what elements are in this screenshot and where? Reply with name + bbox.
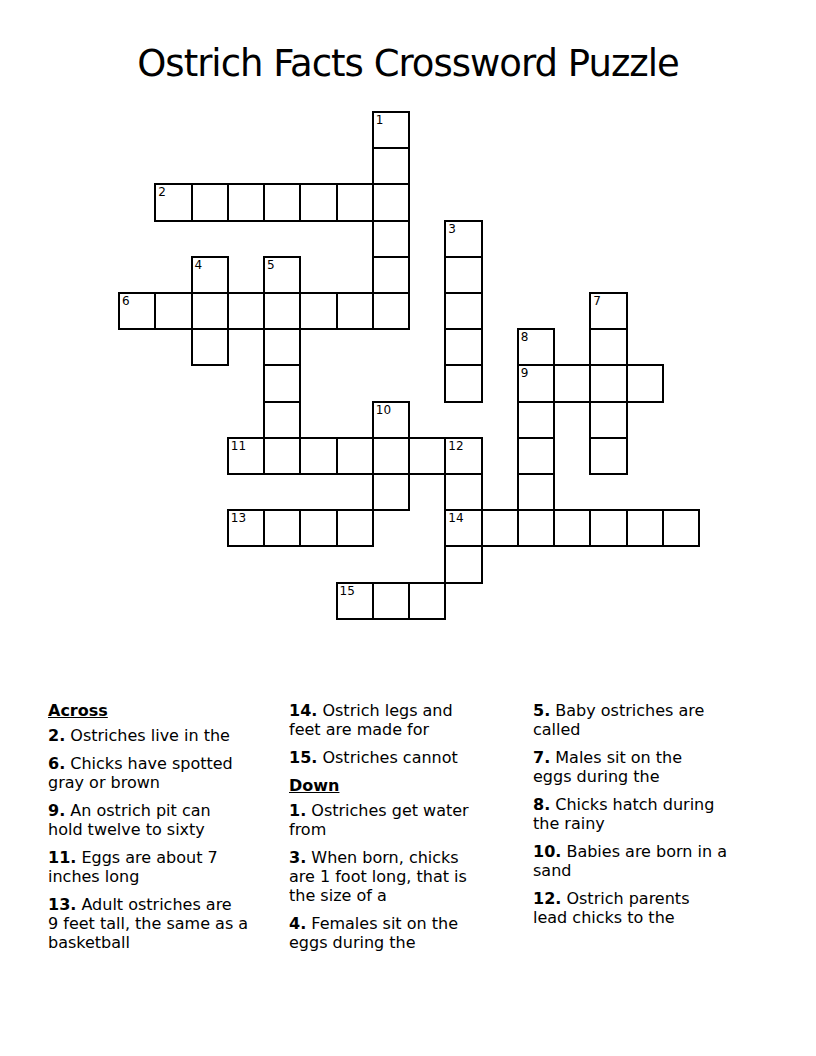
board-cell[interactable] (444, 328, 482, 366)
clue-text: Chicks have spotted gray or brown (48, 754, 233, 792)
clue-number: 15. (289, 748, 317, 767)
board-cell[interactable] (589, 328, 627, 366)
clue-number: 9. (48, 801, 65, 820)
board-cell[interactable]: 14 (444, 509, 482, 547)
clue-column-3: 5. Baby ostriches are called7. Males sit… (533, 701, 765, 936)
clue: 12. Ostrich parents lead chicks to the (533, 889, 765, 927)
board-cell[interactable] (372, 582, 410, 620)
cell-number: 2 (158, 185, 166, 199)
cell-number: 9 (521, 366, 529, 380)
board-cell[interactable] (263, 401, 301, 439)
board-cell[interactable] (662, 509, 700, 547)
board-cell[interactable]: 1 (372, 111, 410, 149)
page-title: Ostrich Facts Crossword Puzzle (0, 42, 816, 85)
board-cell[interactable] (444, 473, 482, 511)
clue-heading: Across (48, 701, 288, 720)
clue-number: 7. (533, 748, 550, 767)
clue-text: Baby ostriches are called (533, 701, 704, 739)
cell-number: 10 (376, 403, 391, 417)
board-cell[interactable]: 12 (444, 437, 482, 475)
clue: 6. Chicks have spotted gray or brown (48, 754, 288, 792)
cell-number: 1 (376, 113, 384, 127)
board-cell[interactable]: 11 (227, 437, 265, 475)
board-cell[interactable] (372, 473, 410, 511)
clue-text: Males sit on the eggs during the (533, 748, 682, 786)
board-cell[interactable] (372, 292, 410, 330)
board-cell[interactable] (299, 437, 337, 475)
clue: 7. Males sit on the eggs during the (533, 748, 765, 786)
board-cell[interactable] (517, 473, 555, 511)
clue: 8. Chicks hatch during the rainy (533, 795, 765, 833)
clue-text: Ostriches cannot (317, 748, 457, 767)
clue-number: 4. (289, 914, 306, 933)
cell-number: 14 (448, 511, 463, 525)
board-cell[interactable] (191, 292, 229, 330)
crossword-board: 123456789101112131415 (118, 111, 700, 620)
board-cell[interactable]: 9 (517, 364, 555, 402)
clue-text: Babies are born in a sand (533, 842, 727, 880)
board-cell[interactable] (444, 256, 482, 294)
cell-number: 4 (195, 258, 203, 272)
board-cell[interactable] (481, 509, 519, 547)
board-cell[interactable] (227, 183, 265, 221)
board-cell[interactable] (408, 437, 446, 475)
board-cell[interactable] (263, 364, 301, 402)
cell-number: 8 (521, 330, 529, 344)
board-cell[interactable] (372, 437, 410, 475)
clue-number: 12. (533, 889, 561, 908)
board-cell[interactable] (299, 292, 337, 330)
clue: 15. Ostriches cannot (289, 748, 529, 767)
board-cell[interactable] (517, 509, 555, 547)
board-cell[interactable]: 3 (444, 220, 482, 258)
board-cell[interactable] (263, 437, 301, 475)
cell-number: 5 (267, 258, 275, 272)
board-cell[interactable] (336, 437, 374, 475)
board-cell[interactable] (626, 364, 664, 402)
board-cell[interactable] (336, 292, 374, 330)
clue-number: 14. (289, 701, 317, 720)
board-cell[interactable] (336, 183, 374, 221)
board-cell[interactable] (444, 292, 482, 330)
clue-heading: Down (289, 776, 529, 795)
clue-text: Adult ostriches are 9 feet tall, the sam… (48, 895, 248, 952)
board-cell[interactable] (589, 509, 627, 547)
board-cell[interactable] (299, 183, 337, 221)
cell-number: 12 (448, 439, 463, 453)
clue: 4. Females sit on the eggs during the (289, 914, 529, 952)
cell-number: 6 (122, 294, 130, 308)
clue-number: 8. (533, 795, 550, 814)
board-cell[interactable] (444, 364, 482, 402)
clue-text: Ostriches get water from (289, 801, 469, 839)
board-cell[interactable]: 13 (227, 509, 265, 547)
board-cell[interactable] (263, 509, 301, 547)
board-cell[interactable]: 10 (372, 401, 410, 439)
clue: 11. Eggs are about 7 inches long (48, 848, 288, 886)
clue: 2. Ostriches live in the (48, 726, 288, 745)
board-cell[interactable] (263, 292, 301, 330)
board-cell[interactable]: 8 (517, 328, 555, 366)
clue-number: 11. (48, 848, 76, 867)
clue-text: Females sit on the eggs during the (289, 914, 458, 952)
clue-number: 1. (289, 801, 306, 820)
clue-number: 13. (48, 895, 76, 914)
board-cell[interactable] (589, 364, 627, 402)
clue: 14. Ostrich legs and feet are made for (289, 701, 529, 739)
board-cell[interactable] (154, 292, 192, 330)
board-cell[interactable] (408, 582, 446, 620)
board-cell[interactable] (227, 292, 265, 330)
board-cell[interactable]: 6 (118, 292, 156, 330)
board-cell[interactable] (553, 364, 591, 402)
board-cell[interactable] (263, 328, 301, 366)
board-cell[interactable] (336, 509, 374, 547)
clue-number: 10. (533, 842, 561, 861)
board-cell[interactable]: 4 (191, 256, 229, 294)
clue-number: 2. (48, 726, 65, 745)
board-cell[interactable] (589, 401, 627, 439)
cell-number: 15 (340, 584, 355, 598)
board-cell[interactable] (263, 183, 301, 221)
clue-text: Ostriches live in the (65, 726, 230, 745)
board-cell[interactable]: 5 (263, 256, 301, 294)
clue-column-1: Across2. Ostriches live in the6. Chicks … (48, 701, 288, 961)
clue-text: Chicks hatch during the rainy (533, 795, 714, 833)
board-cell[interactable] (372, 256, 410, 294)
clue-number: 6. (48, 754, 65, 773)
clue: 1. Ostriches get water from (289, 801, 529, 839)
board-cell[interactable] (299, 509, 337, 547)
board-cell[interactable] (626, 509, 664, 547)
cell-number: 13 (231, 511, 246, 525)
clue-text: An ostrich pit can hold twelve to sixty (48, 801, 211, 839)
clue: 10. Babies are born in a sand (533, 842, 765, 880)
board-cell[interactable] (444, 545, 482, 583)
clue-number: 3. (289, 848, 306, 867)
board-cell[interactable] (372, 183, 410, 221)
board-cell[interactable]: 15 (336, 582, 374, 620)
board-cell[interactable] (589, 437, 627, 475)
cell-number: 11 (231, 439, 246, 453)
board-cell[interactable] (553, 509, 591, 547)
board-cell[interactable]: 7 (589, 292, 627, 330)
board-cell[interactable] (191, 183, 229, 221)
board-cell[interactable] (191, 328, 229, 366)
board-cell[interactable] (517, 437, 555, 475)
clue-text: When born, chicks are 1 foot long, that … (289, 848, 467, 905)
clue-number: 5. (533, 701, 550, 720)
board-cell[interactable] (372, 220, 410, 258)
cell-number: 3 (448, 222, 456, 236)
clue: 3. When born, chicks are 1 foot long, th… (289, 848, 529, 905)
cell-number: 7 (593, 294, 601, 308)
board-cell[interactable] (517, 401, 555, 439)
board-cell[interactable] (372, 147, 410, 185)
clue: 5. Baby ostriches are called (533, 701, 765, 739)
clue: 13. Adult ostriches are 9 feet tall, the… (48, 895, 288, 952)
clue-column-2: 14. Ostrich legs and feet are made for15… (289, 701, 529, 961)
board-cell[interactable]: 2 (154, 183, 192, 221)
clue: 9. An ostrich pit can hold twelve to six… (48, 801, 288, 839)
